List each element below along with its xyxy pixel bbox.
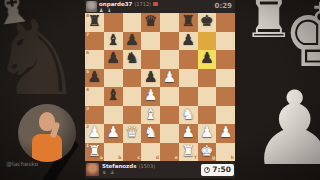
- piece-d2: ♞: [144, 125, 157, 140]
- square-b6[interactable]: ♟: [104, 50, 123, 69]
- square-h8[interactable]: [216, 13, 235, 32]
- square-b8[interactable]: [104, 13, 123, 32]
- rank-label-5: 5: [86, 70, 89, 75]
- stream-frame: ♝ ♞ ♜ ♚ ♟ onparde37 (1712) ♟ ♝ 0:29 8♜♛♜…: [0, 0, 320, 180]
- decor-rook-icon: ♜: [243, 0, 295, 46]
- flag-icon: [153, 2, 158, 6]
- rank-label-8: 8: [86, 14, 89, 19]
- square-d7[interactable]: [141, 32, 160, 51]
- square-h5[interactable]: [216, 69, 235, 88]
- file-label-b: b: [118, 156, 121, 161]
- rank-label-7: 7: [86, 33, 89, 38]
- piece-c2: ♛: [125, 125, 138, 140]
- square-h6[interactable]: [216, 50, 235, 69]
- piece-b4: ♝: [106, 88, 119, 103]
- square-f4[interactable]: [179, 87, 198, 106]
- square-e6[interactable]: [160, 50, 179, 69]
- piece-d3: ♝: [144, 107, 157, 122]
- piece-a8: ♜: [88, 14, 101, 29]
- rank-label-3: 3: [86, 107, 89, 112]
- square-g7[interactable]: [198, 32, 217, 51]
- square-d4[interactable]: ♟: [141, 87, 160, 106]
- square-d2[interactable]: ♞: [141, 124, 160, 143]
- piece-c6: ♞: [125, 51, 138, 66]
- rank-label-2: 2: [86, 125, 89, 130]
- bottom-clock-time: 7:50: [212, 165, 231, 174]
- streamer-shirt: [32, 134, 62, 162]
- square-e2[interactable]: [160, 124, 179, 143]
- bottom-captured-pieces: ♞ ♟: [102, 169, 155, 175]
- file-label-d: d: [156, 156, 159, 161]
- top-player-info: onparde37 (1712) ♟ ♝: [99, 1, 158, 13]
- piece-b6: ♟: [106, 51, 119, 66]
- webcam-overlay: [18, 104, 76, 162]
- file-label-c: c: [138, 156, 141, 161]
- square-f3[interactable]: ♞: [179, 106, 198, 125]
- square-h2[interactable]: ♟: [216, 124, 235, 143]
- square-c6[interactable]: ♞: [123, 50, 142, 69]
- square-g8[interactable]: ♚: [198, 13, 217, 32]
- top-player-clock: 0:29: [215, 2, 232, 10]
- file-label-e: e: [175, 156, 178, 161]
- square-f8[interactable]: ♜: [179, 13, 198, 32]
- decor-king-icon: ♚: [282, 0, 320, 80]
- square-c7[interactable]: ♟: [123, 32, 142, 51]
- watermark-handle: @lachesko: [6, 160, 38, 167]
- square-a1[interactable]: 1a♜: [85, 143, 104, 162]
- top-player-avatar[interactable]: [86, 1, 97, 12]
- decor-knight-icon: ♞: [0, 6, 83, 110]
- square-g2[interactable]: ♟: [198, 124, 217, 143]
- file-label-h: h: [231, 156, 234, 161]
- square-c1[interactable]: c: [123, 143, 142, 162]
- square-d6[interactable]: [141, 50, 160, 69]
- piece-a2: ♟: [88, 125, 101, 140]
- rank-label-4: 4: [86, 88, 89, 93]
- square-a4[interactable]: 4: [85, 87, 104, 106]
- square-h4[interactable]: [216, 87, 235, 106]
- square-b7[interactable]: ♝: [104, 32, 123, 51]
- piece-h2: ♟: [219, 125, 232, 140]
- square-d1[interactable]: d: [141, 143, 160, 162]
- square-g6[interactable]: ♟: [198, 50, 217, 69]
- bottom-player-clock: 7:50: [201, 164, 234, 176]
- piece-d5: ♟: [144, 70, 157, 85]
- square-c2[interactable]: ♛: [123, 124, 142, 143]
- piece-f3: ♞: [181, 107, 194, 122]
- piece-b7: ♝: [106, 33, 119, 48]
- square-e1[interactable]: e: [160, 143, 179, 162]
- file-label-g: g: [212, 156, 215, 161]
- square-e5[interactable]: ♟: [160, 69, 179, 88]
- rank-label-1: 1: [86, 144, 89, 149]
- piece-f2: ♟: [181, 125, 194, 140]
- square-g5[interactable]: [198, 69, 217, 88]
- piece-e5: ♟: [163, 70, 176, 85]
- square-h7[interactable]: [216, 32, 235, 51]
- piece-d8: ♛: [144, 14, 157, 29]
- square-a7[interactable]: 7: [85, 32, 104, 51]
- piece-g6: ♟: [200, 51, 213, 66]
- square-a2[interactable]: 2♟: [85, 124, 104, 143]
- square-b1[interactable]: b: [104, 143, 123, 162]
- piece-d4: ♟: [144, 88, 157, 103]
- square-c8[interactable]: [123, 13, 142, 32]
- piece-b2: ♟: [106, 125, 119, 140]
- square-f6[interactable]: [179, 50, 198, 69]
- bottom-player-bar: Stefanozds (1503) ♞ ♟ 7:50: [85, 161, 235, 178]
- piece-f8: ♜: [181, 14, 194, 29]
- square-d3[interactable]: ♝: [141, 106, 160, 125]
- square-a6[interactable]: 6: [85, 50, 104, 69]
- file-label-a: a: [100, 156, 103, 161]
- bottom-player-avatar[interactable]: [86, 163, 99, 176]
- bottom-player-info: Stefanozds (1503) ♞ ♟: [102, 163, 155, 175]
- square-e4[interactable]: [160, 87, 179, 106]
- game-panel: onparde37 (1712) ♟ ♝ 0:29 8♜♛♜♚7♝♟♟6♟♞♟5…: [85, 0, 235, 178]
- square-b5[interactable]: [104, 69, 123, 88]
- piece-g2: ♟: [200, 125, 213, 140]
- top-player-bar: onparde37 (1712) ♟ ♝ 0:29: [85, 0, 235, 13]
- square-a5[interactable]: 5♟: [85, 69, 104, 88]
- square-c3[interactable]: [123, 106, 142, 125]
- square-h1[interactable]: h: [216, 143, 235, 162]
- decor-pawn-icon: ♟: [249, 78, 320, 180]
- square-f7[interactable]: ♟: [179, 32, 198, 51]
- square-b3[interactable]: [104, 106, 123, 125]
- piece-f1: ♜: [181, 144, 194, 159]
- square-d8[interactable]: ♛: [141, 13, 160, 32]
- decor-bishop-icon: ♝: [0, 0, 36, 33]
- piece-a5: ♟: [88, 70, 101, 85]
- square-g4[interactable]: [198, 87, 217, 106]
- square-e8[interactable]: [160, 13, 179, 32]
- square-e3[interactable]: [160, 106, 179, 125]
- clock-icon: [204, 167, 210, 173]
- square-d5[interactable]: ♟: [141, 69, 160, 88]
- square-a3[interactable]: 3: [85, 106, 104, 125]
- square-e7[interactable]: [160, 32, 179, 51]
- square-b4[interactable]: ♝: [104, 87, 123, 106]
- piece-c7: ♟: [125, 33, 138, 48]
- square-g3[interactable]: [198, 106, 217, 125]
- square-h3[interactable]: [216, 106, 235, 125]
- square-a8[interactable]: 8♜: [85, 13, 104, 32]
- square-b2[interactable]: ♟: [104, 124, 123, 143]
- piece-f7: ♟: [181, 33, 194, 48]
- piece-g8: ♚: [200, 14, 213, 29]
- square-g1[interactable]: g♚: [198, 143, 217, 162]
- square-f1[interactable]: f♜: [179, 143, 198, 162]
- chess-board[interactable]: 8♜♛♜♚7♝♟♟6♟♞♟5♟♟♟4♝♟3♝♞2♟♟♛♞♟♟♟1a♜bcdef♜…: [85, 13, 235, 161]
- rank-label-6: 6: [86, 51, 89, 56]
- square-c5[interactable]: [123, 69, 142, 88]
- square-f2[interactable]: ♟: [179, 124, 198, 143]
- file-label-f: f: [195, 156, 197, 161]
- square-f5[interactable]: [179, 69, 198, 88]
- square-c4[interactable]: [123, 87, 142, 106]
